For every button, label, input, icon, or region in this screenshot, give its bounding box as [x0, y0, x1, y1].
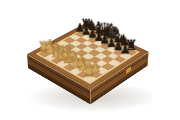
brass-latch-icon — [126, 67, 131, 74]
pawn-glyph: ♟ — [116, 43, 134, 55]
chess-set-photo: ♜♞♝♛♚♝♞♜♟♟♟♟♟♟♟♟♟♟♟♟♟♟♟♟♜♞♝♛♚♝♞♜ — [0, 0, 180, 120]
rook-glyph: ♜ — [79, 63, 98, 78]
chess-box: ♜♞♝♛♚♝♞♜♟♟♟♟♟♟♟♟♟♟♟♟♟♟♟♟♜♞♝♛♚♝♞♜ — [27, 23, 149, 90]
